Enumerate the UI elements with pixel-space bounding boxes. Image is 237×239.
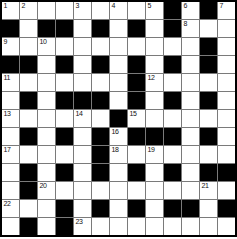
white-cell-r9c12[interactable] [200,146,217,163]
clue-number-4: 4 [112,2,116,10]
black-cell-r2c6 [92,20,109,37]
black-cell-r5c8 [128,74,145,91]
black-cell-r6c4 [56,92,73,109]
black-cell-r8c2 [20,128,37,145]
white-cell-r10c9[interactable] [146,164,163,181]
black-cell-r2c10 [164,20,181,37]
white-cell-r7c6[interactable] [92,110,109,127]
black-cell-r6c10 [164,92,181,109]
white-cell-r5c6[interactable] [92,74,109,91]
white-cell-r5c13[interactable] [218,74,235,91]
white-cell-r7c12[interactable] [200,110,217,127]
clue-number-8: 8 [184,20,188,28]
clue-number-9: 9 [4,38,8,46]
white-cell-r2c12[interactable] [200,20,217,37]
white-cell-r11c4[interactable] [56,182,73,199]
black-cell-r9c6 [92,146,109,163]
black-cell-r6c2 [20,92,37,109]
white-cell-r3c11[interactable] [182,38,199,55]
white-cell-r9c13[interactable] [218,146,235,163]
black-cell-r12c4 [56,200,73,217]
white-cell-r13c5[interactable]: 23 [74,218,91,235]
white-cell-r4c9[interactable] [146,56,163,73]
black-cell-r6c12 [200,92,217,109]
white-cell-r11c8[interactable] [128,182,145,199]
white-cell-r5c2[interactable] [20,74,37,91]
black-cell-r13c2 [20,218,37,235]
white-cell-r1c11[interactable]: 6 [182,2,199,19]
white-cell-r11c13[interactable] [218,182,235,199]
black-cell-r8c12 [200,128,217,145]
black-cell-r2c8 [128,20,145,37]
white-cell-r2c13[interactable] [218,20,235,37]
white-cell-r13c12[interactable] [200,218,217,235]
white-cell-r2c9[interactable] [146,20,163,37]
white-cell-r7c1[interactable]: 13 [2,110,19,127]
clue-number-3: 3 [76,2,80,10]
white-cell-r4c11[interactable] [182,56,199,73]
white-cell-r7c5[interactable]: 14 [74,110,91,127]
white-cell-r4c5[interactable] [74,56,91,73]
black-cell-r12c11 [182,200,199,217]
white-cell-r9c5[interactable] [74,146,91,163]
white-cell-r11c1[interactable] [2,182,19,199]
black-cell-r3c12 [200,38,217,55]
white-cell-r9c1[interactable]: 17 [2,146,19,163]
white-cell-r2c11[interactable]: 8 [182,20,199,37]
black-cell-r7c7 [110,110,127,127]
white-cell-r11c12[interactable]: 21 [200,182,217,199]
white-cell-r6c1[interactable] [2,92,19,109]
white-cell-r13c9[interactable] [146,218,163,235]
white-cell-r11c10[interactable] [164,182,181,199]
white-cell-r9c10[interactable] [164,146,181,163]
white-cell-r13c6[interactable] [92,218,109,235]
black-cell-r8c8 [128,128,145,145]
white-cell-r11c7[interactable] [110,182,127,199]
white-cell-r3c10[interactable] [164,38,181,55]
clue-number-1: 1 [4,2,8,10]
white-cell-r11c3[interactable]: 20 [38,182,55,199]
black-cell-r10c10 [164,164,181,181]
clue-number-16: 16 [112,128,119,136]
black-cell-r10c8 [128,164,145,181]
white-cell-r7c9[interactable] [146,110,163,127]
black-cell-r10c6 [92,164,109,181]
white-cell-r9c3[interactable] [38,146,55,163]
clue-number-13: 13 [4,110,11,118]
black-cell-r12c10 [164,200,181,217]
white-cell-r10c5[interactable] [74,164,91,181]
white-cell-r13c1[interactable] [2,218,19,235]
white-cell-r1c1[interactable]: 1 [2,2,19,19]
clue-number-10: 10 [40,38,47,46]
crossword-grid: 1234567891011121314151617181920212223 [0,0,237,237]
white-cell-r7c13[interactable] [218,110,235,127]
white-cell-r1c3[interactable] [38,2,55,19]
clue-number-6: 6 [184,2,188,10]
white-cell-r3c9[interactable] [146,38,163,55]
white-cell-r6c11[interactable] [182,92,199,109]
white-cell-r5c3[interactable] [38,74,55,91]
clue-number-23: 23 [76,218,83,226]
black-cell-r4c6 [92,56,109,73]
black-cell-r4c8 [128,56,145,73]
black-cell-r1c10 [164,2,181,19]
black-cell-r4c12 [200,56,217,73]
black-cell-r4c10 [164,56,181,73]
white-cell-r12c2[interactable] [20,200,37,217]
white-cell-r7c4[interactable] [56,110,73,127]
white-cell-r1c9[interactable]: 5 [146,2,163,19]
white-cell-r11c6[interactable] [92,182,109,199]
white-cell-r6c7[interactable] [110,92,127,109]
clue-number-20: 20 [40,182,47,190]
white-cell-r8c13[interactable] [218,128,235,145]
white-cell-r11c9[interactable] [146,182,163,199]
black-cell-r8c4 [56,128,73,145]
white-cell-r3c2[interactable] [20,38,37,55]
white-cell-r10c11[interactable] [182,164,199,181]
white-cell-r9c7[interactable]: 18 [110,146,127,163]
clue-number-17: 17 [4,146,11,154]
clue-number-2: 2 [22,2,26,10]
black-cell-r13c4 [56,218,73,235]
white-cell-r12c9[interactable] [146,200,163,217]
white-cell-r7c10[interactable] [164,110,181,127]
white-cell-r7c3[interactable] [38,110,55,127]
crossword-puzzle: 1234567891011121314151617181920212223 [0,0,237,237]
white-cell-r12c1[interactable]: 22 [2,200,19,217]
clue-number-12: 12 [148,74,155,82]
white-cell-r3c6[interactable] [92,38,109,55]
clue-number-7: 7 [220,2,224,10]
white-cell-r9c4[interactable] [56,146,73,163]
white-cell-r8c7[interactable]: 16 [110,128,127,145]
white-cell-r11c5[interactable] [74,182,91,199]
white-cell-r2c2[interactable] [20,20,37,37]
black-cell-r4c2 [20,56,37,73]
white-cell-r5c12[interactable] [200,74,217,91]
white-cell-r13c8[interactable] [128,218,145,235]
black-cell-r10c4 [56,164,73,181]
white-cell-r9c8[interactable] [128,146,145,163]
clue-number-19: 19 [148,146,155,154]
black-cell-r4c1 [2,56,19,73]
black-cell-r10c12 [200,164,217,181]
white-cell-r3c3[interactable]: 10 [38,38,55,55]
white-cell-r12c5[interactable] [74,200,91,217]
white-cell-r10c3[interactable] [38,164,55,181]
white-cell-r10c7[interactable] [110,164,127,181]
white-cell-r2c5[interactable] [74,20,91,37]
white-cell-r9c9[interactable]: 19 [146,146,163,163]
white-cell-r13c10[interactable] [164,218,181,235]
white-cell-r4c7[interactable] [110,56,127,73]
white-cell-r13c13[interactable] [218,218,235,235]
black-cell-r6c8 [128,92,145,109]
white-cell-r7c2[interactable] [20,110,37,127]
black-cell-r8c10 [164,128,181,145]
white-cell-r9c11[interactable] [182,146,199,163]
clue-number-14: 14 [76,110,83,118]
black-cell-r12c8 [128,200,145,217]
white-cell-r1c7[interactable]: 4 [110,2,127,19]
white-cell-r6c9[interactable] [146,92,163,109]
white-cell-r9c2[interactable] [20,146,37,163]
black-cell-r12c6 [92,200,109,217]
black-cell-r2c4 [56,20,73,37]
black-cell-r2c3 [38,20,55,37]
white-cell-r7c11[interactable] [182,110,199,127]
white-cell-r10c1[interactable] [2,164,19,181]
white-cell-r13c3[interactable] [38,218,55,235]
white-cell-r1c5[interactable]: 3 [74,2,91,19]
white-cell-r3c7[interactable] [110,38,127,55]
clue-number-18: 18 [112,146,119,154]
white-cell-r2c7[interactable] [110,20,127,37]
white-cell-r12c12[interactable] [200,200,217,217]
white-cell-r3c5[interactable] [74,38,91,55]
black-cell-r8c6 [92,128,109,145]
white-cell-r5c5[interactable] [74,74,91,91]
white-cell-r6c3[interactable] [38,92,55,109]
white-cell-r4c3[interactable] [38,56,55,73]
white-cell-r3c4[interactable] [56,38,73,55]
white-cell-r3c8[interactable] [128,38,145,55]
black-cell-r8c9 [146,128,163,145]
white-cell-r1c2[interactable]: 2 [20,2,37,19]
black-cell-r4c4 [56,56,73,73]
white-cell-r5c4[interactable] [56,74,73,91]
white-cell-r3c1[interactable]: 9 [2,38,19,55]
clue-number-5: 5 [148,2,152,10]
white-cell-r6c13[interactable] [218,92,235,109]
black-cell-r12c13 [218,200,235,217]
white-cell-r11c11[interactable] [182,182,199,199]
black-cell-r10c13 [218,164,235,181]
white-cell-r1c6[interactable] [92,2,109,19]
white-cell-r8c3[interactable] [38,128,55,145]
white-cell-r8c11[interactable] [182,128,199,145]
black-cell-r2c1 [2,20,19,37]
black-cell-r1c12 [200,2,217,19]
white-cell-r5c1[interactable]: 11 [2,74,19,91]
black-cell-r6c5 [74,92,91,109]
white-cell-r3c13[interactable] [218,38,235,55]
white-cell-r5c10[interactable] [164,74,181,91]
black-cell-r11c2 [20,182,37,199]
white-cell-r13c7[interactable] [110,218,127,235]
white-cell-r8c1[interactable] [2,128,19,145]
clue-number-21: 21 [202,182,209,190]
white-cell-r5c7[interactable] [110,74,127,91]
clue-number-22: 22 [4,200,11,208]
white-cell-r1c4[interactable] [56,2,73,19]
white-cell-r1c13[interactable]: 7 [218,2,235,19]
white-cell-r1c8[interactable] [128,2,145,19]
clue-number-15: 15 [130,110,137,118]
white-cell-r13c11[interactable] [182,218,199,235]
white-cell-r7c8[interactable]: 15 [128,110,145,127]
clue-number-11: 11 [4,74,11,82]
white-cell-r4c13[interactable] [218,56,235,73]
white-cell-r8c5[interactable] [74,128,91,145]
white-cell-r5c11[interactable] [182,74,199,91]
black-cell-r6c6 [92,92,109,109]
white-cell-r12c3[interactable] [38,200,55,217]
white-cell-r12c7[interactable] [110,200,127,217]
white-cell-r5c9[interactable]: 12 [146,74,163,91]
black-cell-r10c2 [20,164,37,181]
